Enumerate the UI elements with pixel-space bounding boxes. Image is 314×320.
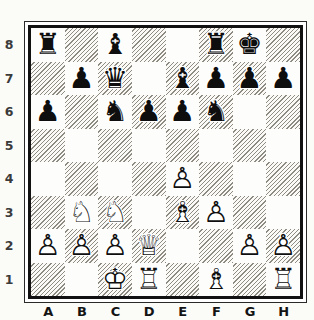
file-label-g: G: [233, 304, 267, 319]
square-h5[interactable]: [266, 129, 300, 163]
square-e6[interactable]: ♟: [166, 95, 200, 129]
black-pawn-icon: ♟: [266, 62, 300, 96]
rank-label-7: 7: [1, 62, 17, 96]
file-label-b: B: [65, 304, 99, 319]
square-h2[interactable]: ♟♙: [266, 229, 300, 263]
square-g8[interactable]: ♚: [233, 28, 267, 62]
square-g4[interactable]: [233, 162, 267, 196]
black-pawn-icon: ♟: [233, 62, 267, 96]
black-bishop-piece[interactable]: ♝: [166, 62, 200, 96]
black-pawn-piece[interactable]: ♟: [166, 95, 200, 129]
square-e7[interactable]: ♝: [166, 62, 200, 96]
rank-labels: 87654321: [1, 28, 17, 296]
square-e4[interactable]: ♟♙: [166, 162, 200, 196]
square-d6[interactable]: ♟: [132, 95, 166, 129]
board-inner-frame: ♜♝♜♚♟♛♝♟♟♟♟♞♟♟♞♟♙♞♘♞♘♝♗♟♙♟♙♟♙♟♙♛♕♟♙♟♙♚♔♜…: [28, 25, 303, 299]
white-bishop-icon: ♗: [199, 263, 233, 297]
square-c4[interactable]: [98, 162, 132, 196]
black-knight-piece[interactable]: ♞: [98, 95, 132, 129]
rank-label-2: 2: [1, 229, 17, 263]
white-pawn-piece[interactable]: ♟♙: [199, 196, 233, 230]
square-b4[interactable]: [65, 162, 99, 196]
board-frame: ♜♝♜♚♟♛♝♟♟♟♟♞♟♟♞♟♙♞♘♞♘♝♗♟♙♟♙♟♙♟♙♛♕♟♙♟♙♚♔♜…: [24, 21, 307, 303]
white-pawn-icon: ♙: [233, 229, 267, 263]
rank-label-5: 5: [1, 129, 17, 163]
black-bishop-icon: ♝: [166, 62, 200, 96]
file-label-f: F: [200, 304, 234, 319]
white-pawn-piece[interactable]: ♟♙: [266, 229, 300, 263]
square-d8[interactable]: [132, 28, 166, 62]
black-king-piece[interactable]: ♚: [233, 28, 267, 62]
square-h7[interactable]: ♟: [266, 62, 300, 96]
square-f1[interactable]: ♝♗: [199, 263, 233, 297]
square-e8[interactable]: [166, 28, 200, 62]
rank-label-8: 8: [1, 28, 17, 62]
square-d5[interactable]: [132, 129, 166, 163]
file-labels: ABCDEFGH: [32, 304, 301, 319]
black-pawn-piece[interactable]: ♟: [199, 62, 233, 96]
white-knight-piece[interactable]: ♞♘: [98, 196, 132, 230]
black-knight-icon: ♞: [199, 95, 233, 129]
white-queen-piece[interactable]: ♛♕: [132, 229, 166, 263]
square-h3[interactable]: [266, 196, 300, 230]
square-a3[interactable]: [31, 196, 65, 230]
white-pawn-piece[interactable]: ♟♙: [166, 162, 200, 196]
white-king-piece[interactable]: ♚♔: [98, 263, 132, 297]
black-queen-icon: ♛: [98, 62, 132, 96]
square-b8[interactable]: [65, 28, 99, 62]
black-rook-icon: ♜: [199, 28, 233, 62]
black-pawn-icon: ♟: [132, 95, 166, 129]
square-a8[interactable]: ♜: [31, 28, 65, 62]
chess-diagram: 87654321 ♜♝♜♚♟♛♝♟♟♟♟♞♟♟♞♟♙♞♘♞♘♝♗♟♙♟♙♟♙♟♙…: [0, 0, 314, 320]
square-e3[interactable]: ♝♗: [166, 196, 200, 230]
square-b1[interactable]: [65, 263, 99, 297]
rank-label-4: 4: [1, 162, 17, 196]
square-d1[interactable]: ♜♖: [132, 263, 166, 297]
square-c3[interactable]: ♞♘: [98, 196, 132, 230]
white-pawn-icon: ♙: [31, 229, 65, 263]
white-queen-icon: ♕: [132, 229, 166, 263]
square-d2[interactable]: ♛♕: [132, 229, 166, 263]
white-king-icon: ♔: [98, 263, 132, 297]
square-c5[interactable]: [98, 129, 132, 163]
black-pawn-icon: ♟: [166, 95, 200, 129]
file-label-c: C: [99, 304, 133, 319]
square-h8[interactable]: [266, 28, 300, 62]
black-rook-icon: ♜: [31, 28, 65, 62]
white-knight-piece[interactable]: ♞♘: [65, 196, 99, 230]
square-f2[interactable]: [199, 229, 233, 263]
black-pawn-piece[interactable]: ♟: [266, 62, 300, 96]
file-label-e: E: [166, 304, 200, 319]
white-bishop-piece[interactable]: ♝♗: [166, 196, 200, 230]
file-label-h: H: [267, 304, 301, 319]
black-bishop-piece[interactable]: ♝: [98, 28, 132, 62]
white-pawn-icon: ♙: [266, 229, 300, 263]
square-c1[interactable]: ♚♔: [98, 263, 132, 297]
square-f8[interactable]: ♜: [199, 28, 233, 62]
rank-label-3: 3: [1, 196, 17, 230]
square-f4[interactable]: [199, 162, 233, 196]
square-e2[interactable]: [166, 229, 200, 263]
square-c7[interactable]: ♛: [98, 62, 132, 96]
black-queen-piece[interactable]: ♛: [98, 62, 132, 96]
square-a2[interactable]: ♟♙: [31, 229, 65, 263]
file-label-d: D: [132, 304, 166, 319]
square-b6[interactable]: [65, 95, 99, 129]
white-pawn-piece[interactable]: ♟♙: [65, 229, 99, 263]
square-c6[interactable]: ♞: [98, 95, 132, 129]
white-pawn-icon: ♙: [98, 229, 132, 263]
black-pawn-piece[interactable]: ♟: [31, 95, 65, 129]
square-b7[interactable]: ♟: [65, 62, 99, 96]
square-a5[interactable]: [31, 129, 65, 163]
square-h4[interactable]: [266, 162, 300, 196]
white-rook-piece[interactable]: ♜♖: [132, 263, 166, 297]
square-a4[interactable]: [31, 162, 65, 196]
square-d7[interactable]: [132, 62, 166, 96]
square-g1[interactable]: [233, 263, 267, 297]
square-g5[interactable]: [233, 129, 267, 163]
black-rook-piece[interactable]: ♜: [199, 28, 233, 62]
rank-label-6: 6: [1, 95, 17, 129]
square-a6[interactable]: ♟: [31, 95, 65, 129]
black-pawn-icon: ♟: [31, 95, 65, 129]
file-label-a: A: [32, 304, 66, 319]
white-bishop-icon: ♗: [166, 196, 200, 230]
white-rook-icon: ♖: [132, 263, 166, 297]
white-pawn-piece[interactable]: ♟♙: [233, 229, 267, 263]
square-h6[interactable]: [266, 95, 300, 129]
square-f6[interactable]: ♞: [199, 95, 233, 129]
white-rook-icon: ♖: [266, 263, 300, 297]
black-king-icon: ♚: [233, 28, 267, 62]
square-f7[interactable]: ♟: [199, 62, 233, 96]
black-pawn-piece[interactable]: ♟: [233, 62, 267, 96]
black-pawn-piece[interactable]: ♟: [132, 95, 166, 129]
square-f3[interactable]: ♟♙: [199, 196, 233, 230]
black-knight-icon: ♞: [98, 95, 132, 129]
black-pawn-piece[interactable]: ♟: [65, 62, 99, 96]
square-e1[interactable]: [166, 263, 200, 297]
square-a1[interactable]: [31, 263, 65, 297]
square-c8[interactable]: ♝: [98, 28, 132, 62]
black-pawn-icon: ♟: [199, 62, 233, 96]
white-knight-icon: ♘: [98, 196, 132, 230]
black-bishop-icon: ♝: [98, 28, 132, 62]
black-rook-piece[interactable]: ♜: [31, 28, 65, 62]
square-h1[interactable]: ♜♖: [266, 263, 300, 297]
square-g3[interactable]: [233, 196, 267, 230]
square-d4[interactable]: [132, 162, 166, 196]
square-g7[interactable]: ♟: [233, 62, 267, 96]
black-pawn-icon: ♟: [65, 62, 99, 96]
white-rook-piece[interactable]: ♜♖: [266, 263, 300, 297]
board-grid: ♜♝♜♚♟♛♝♟♟♟♟♞♟♟♞♟♙♞♘♞♘♝♗♟♙♟♙♟♙♟♙♛♕♟♙♟♙♚♔♜…: [31, 28, 300, 296]
square-g2[interactable]: ♟♙: [233, 229, 267, 263]
square-f5[interactable]: [199, 129, 233, 163]
white-pawn-piece[interactable]: ♟♙: [98, 229, 132, 263]
square-a7[interactable]: [31, 62, 65, 96]
white-bishop-piece[interactable]: ♝♗: [199, 263, 233, 297]
black-knight-piece[interactable]: ♞: [199, 95, 233, 129]
square-d3[interactable]: [132, 196, 166, 230]
square-b2[interactable]: ♟♙: [65, 229, 99, 263]
white-pawn-piece[interactable]: ♟♙: [31, 229, 65, 263]
square-e5[interactable]: [166, 129, 200, 163]
white-pawn-icon: ♙: [65, 229, 99, 263]
white-pawn-icon: ♙: [166, 162, 200, 196]
rank-label-1: 1: [1, 263, 17, 297]
square-b5[interactable]: [65, 129, 99, 163]
white-knight-icon: ♘: [65, 196, 99, 230]
square-c2[interactable]: ♟♙: [98, 229, 132, 263]
square-b3[interactable]: ♞♘: [65, 196, 99, 230]
white-pawn-icon: ♙: [199, 196, 233, 230]
square-g6[interactable]: [233, 95, 267, 129]
